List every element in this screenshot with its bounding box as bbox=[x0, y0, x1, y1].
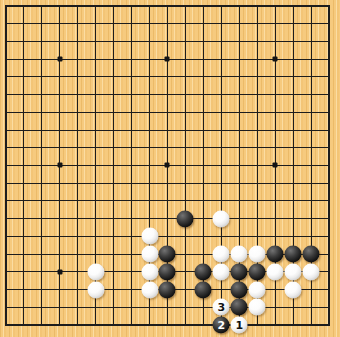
intersection[interactable] bbox=[141, 103, 159, 121]
intersection[interactable] bbox=[105, 228, 123, 246]
intersection[interactable] bbox=[230, 50, 248, 68]
intersection[interactable] bbox=[159, 263, 177, 281]
intersection[interactable] bbox=[176, 103, 194, 121]
intersection[interactable] bbox=[320, 298, 338, 316]
intersection[interactable] bbox=[123, 139, 141, 157]
intersection[interactable] bbox=[33, 33, 51, 51]
intersection[interactable] bbox=[159, 245, 177, 263]
intersection[interactable] bbox=[69, 68, 87, 86]
intersection[interactable] bbox=[176, 68, 194, 86]
intersection[interactable] bbox=[0, 245, 15, 263]
intersection[interactable] bbox=[123, 228, 141, 246]
intersection[interactable] bbox=[69, 139, 87, 157]
intersection[interactable] bbox=[320, 157, 338, 175]
intersection[interactable] bbox=[159, 0, 177, 15]
intersection[interactable] bbox=[212, 192, 230, 210]
intersection[interactable] bbox=[248, 0, 266, 15]
intersection[interactable] bbox=[0, 15, 15, 33]
intersection[interactable] bbox=[212, 50, 230, 68]
intersection[interactable] bbox=[266, 68, 284, 86]
intersection[interactable] bbox=[266, 298, 284, 316]
intersection[interactable] bbox=[248, 86, 266, 104]
intersection[interactable] bbox=[284, 281, 302, 299]
intersection[interactable] bbox=[51, 281, 69, 299]
intersection[interactable] bbox=[248, 68, 266, 86]
intersection[interactable] bbox=[284, 192, 302, 210]
intersection[interactable] bbox=[69, 298, 87, 316]
intersection[interactable] bbox=[51, 121, 69, 139]
intersection[interactable] bbox=[105, 316, 123, 334]
intersection[interactable] bbox=[33, 103, 51, 121]
intersection[interactable] bbox=[87, 281, 105, 299]
intersection[interactable] bbox=[159, 139, 177, 157]
intersection[interactable] bbox=[302, 0, 320, 15]
intersection[interactable] bbox=[266, 245, 284, 263]
intersection[interactable] bbox=[320, 263, 338, 281]
intersection[interactable] bbox=[33, 15, 51, 33]
intersection[interactable] bbox=[105, 281, 123, 299]
intersection[interactable] bbox=[194, 86, 212, 104]
intersection[interactable] bbox=[248, 103, 266, 121]
intersection[interactable] bbox=[194, 33, 212, 51]
intersection[interactable] bbox=[87, 121, 105, 139]
intersection[interactable] bbox=[284, 263, 302, 281]
intersection[interactable] bbox=[87, 263, 105, 281]
intersection[interactable] bbox=[176, 245, 194, 263]
intersection[interactable] bbox=[0, 50, 15, 68]
intersection[interactable] bbox=[105, 139, 123, 157]
intersection[interactable] bbox=[123, 103, 141, 121]
intersection[interactable] bbox=[176, 33, 194, 51]
intersection[interactable] bbox=[0, 0, 15, 15]
intersection[interactable] bbox=[194, 68, 212, 86]
intersection[interactable] bbox=[284, 103, 302, 121]
intersection[interactable] bbox=[159, 298, 177, 316]
intersection[interactable] bbox=[15, 86, 33, 104]
intersection[interactable] bbox=[15, 68, 33, 86]
intersection[interactable] bbox=[159, 316, 177, 334]
intersection[interactable] bbox=[69, 210, 87, 228]
intersection[interactable] bbox=[51, 298, 69, 316]
intersection[interactable] bbox=[105, 0, 123, 15]
intersection[interactable] bbox=[248, 281, 266, 299]
intersection[interactable] bbox=[69, 33, 87, 51]
intersection[interactable] bbox=[33, 0, 51, 15]
intersection[interactable] bbox=[123, 33, 141, 51]
intersection[interactable] bbox=[0, 228, 15, 246]
intersection[interactable] bbox=[230, 139, 248, 157]
intersection[interactable] bbox=[123, 174, 141, 192]
intersection[interactable] bbox=[302, 210, 320, 228]
intersection[interactable] bbox=[15, 157, 33, 175]
intersection[interactable] bbox=[0, 316, 15, 334]
intersection[interactable] bbox=[105, 33, 123, 51]
intersection[interactable] bbox=[69, 121, 87, 139]
intersection[interactable] bbox=[141, 50, 159, 68]
intersection[interactable] bbox=[51, 0, 69, 15]
intersection[interactable] bbox=[194, 103, 212, 121]
intersection[interactable] bbox=[0, 103, 15, 121]
intersection[interactable] bbox=[123, 121, 141, 139]
intersection[interactable] bbox=[87, 86, 105, 104]
intersection[interactable] bbox=[51, 33, 69, 51]
intersection[interactable] bbox=[212, 174, 230, 192]
intersection[interactable] bbox=[248, 210, 266, 228]
intersection[interactable] bbox=[212, 157, 230, 175]
intersection[interactable] bbox=[302, 103, 320, 121]
intersection[interactable] bbox=[302, 174, 320, 192]
intersection[interactable] bbox=[212, 0, 230, 15]
intersection[interactable] bbox=[0, 157, 15, 175]
intersection[interactable] bbox=[33, 50, 51, 68]
intersection[interactable] bbox=[159, 228, 177, 246]
intersection[interactable] bbox=[212, 210, 230, 228]
intersection[interactable] bbox=[176, 263, 194, 281]
intersection[interactable] bbox=[266, 210, 284, 228]
intersection[interactable] bbox=[302, 298, 320, 316]
intersection[interactable] bbox=[302, 316, 320, 334]
intersection[interactable] bbox=[176, 139, 194, 157]
intersection[interactable] bbox=[141, 245, 159, 263]
intersection[interactable] bbox=[123, 263, 141, 281]
intersection[interactable] bbox=[176, 174, 194, 192]
intersection[interactable] bbox=[51, 228, 69, 246]
intersection[interactable] bbox=[33, 68, 51, 86]
intersection[interactable] bbox=[0, 86, 15, 104]
intersection[interactable] bbox=[69, 174, 87, 192]
intersection[interactable] bbox=[266, 15, 284, 33]
intersection[interactable] bbox=[302, 139, 320, 157]
intersection[interactable] bbox=[15, 298, 33, 316]
intersection[interactable] bbox=[105, 15, 123, 33]
intersection[interactable] bbox=[33, 192, 51, 210]
intersection[interactable] bbox=[87, 316, 105, 334]
intersection[interactable] bbox=[320, 15, 338, 33]
intersection[interactable] bbox=[302, 86, 320, 104]
intersection[interactable] bbox=[320, 139, 338, 157]
intersection[interactable] bbox=[33, 210, 51, 228]
intersection[interactable] bbox=[51, 157, 69, 175]
intersection[interactable] bbox=[0, 139, 15, 157]
intersection[interactable] bbox=[159, 86, 177, 104]
intersection[interactable] bbox=[0, 33, 15, 51]
intersection[interactable] bbox=[51, 210, 69, 228]
intersection[interactable] bbox=[15, 121, 33, 139]
intersection[interactable] bbox=[230, 245, 248, 263]
intersection[interactable] bbox=[33, 174, 51, 192]
intersection[interactable] bbox=[176, 121, 194, 139]
intersection[interactable] bbox=[0, 174, 15, 192]
intersection[interactable] bbox=[176, 228, 194, 246]
intersection[interactable] bbox=[15, 139, 33, 157]
intersection[interactable] bbox=[302, 263, 320, 281]
intersection[interactable] bbox=[176, 298, 194, 316]
intersection[interactable] bbox=[141, 316, 159, 334]
intersection[interactable] bbox=[212, 33, 230, 51]
intersection[interactable] bbox=[248, 228, 266, 246]
intersection[interactable] bbox=[159, 33, 177, 51]
intersection[interactable] bbox=[302, 50, 320, 68]
intersection[interactable] bbox=[51, 174, 69, 192]
intersection[interactable] bbox=[105, 174, 123, 192]
intersection[interactable] bbox=[284, 0, 302, 15]
intersection[interactable] bbox=[87, 50, 105, 68]
intersection[interactable] bbox=[87, 139, 105, 157]
intersection[interactable] bbox=[302, 157, 320, 175]
intersection[interactable] bbox=[230, 228, 248, 246]
intersection[interactable] bbox=[123, 281, 141, 299]
intersection[interactable] bbox=[159, 15, 177, 33]
intersection[interactable] bbox=[248, 263, 266, 281]
intersection[interactable] bbox=[51, 50, 69, 68]
intersection[interactable] bbox=[123, 245, 141, 263]
intersection[interactable] bbox=[159, 103, 177, 121]
intersection[interactable] bbox=[302, 245, 320, 263]
intersection[interactable] bbox=[51, 139, 69, 157]
intersection[interactable] bbox=[51, 192, 69, 210]
intersection[interactable] bbox=[15, 228, 33, 246]
intersection[interactable] bbox=[33, 316, 51, 334]
intersection[interactable] bbox=[248, 139, 266, 157]
intersection[interactable] bbox=[33, 245, 51, 263]
intersection[interactable] bbox=[141, 68, 159, 86]
intersection[interactable] bbox=[0, 263, 15, 281]
intersection[interactable] bbox=[33, 281, 51, 299]
intersection[interactable] bbox=[105, 68, 123, 86]
intersection[interactable] bbox=[141, 157, 159, 175]
intersection[interactable] bbox=[141, 281, 159, 299]
intersection[interactable] bbox=[266, 139, 284, 157]
intersection[interactable] bbox=[266, 86, 284, 104]
intersection[interactable] bbox=[87, 192, 105, 210]
intersection[interactable] bbox=[176, 0, 194, 15]
intersection[interactable] bbox=[0, 121, 15, 139]
intersection[interactable] bbox=[69, 15, 87, 33]
intersection[interactable] bbox=[15, 263, 33, 281]
intersection[interactable] bbox=[141, 15, 159, 33]
intersection[interactable] bbox=[320, 121, 338, 139]
intersection[interactable] bbox=[141, 0, 159, 15]
intersection[interactable] bbox=[248, 174, 266, 192]
intersection[interactable] bbox=[87, 210, 105, 228]
intersection[interactable] bbox=[87, 0, 105, 15]
intersection[interactable] bbox=[284, 68, 302, 86]
intersection[interactable] bbox=[248, 157, 266, 175]
intersection[interactable] bbox=[15, 245, 33, 263]
intersection[interactable] bbox=[284, 316, 302, 334]
intersection[interactable] bbox=[230, 263, 248, 281]
intersection[interactable] bbox=[0, 298, 15, 316]
intersection[interactable] bbox=[266, 0, 284, 15]
intersection[interactable] bbox=[123, 316, 141, 334]
intersection[interactable] bbox=[105, 263, 123, 281]
intersection[interactable] bbox=[302, 281, 320, 299]
intersection[interactable] bbox=[69, 281, 87, 299]
intersection[interactable] bbox=[284, 139, 302, 157]
intersection[interactable] bbox=[284, 228, 302, 246]
intersection[interactable] bbox=[141, 192, 159, 210]
intersection[interactable] bbox=[0, 68, 15, 86]
intersection[interactable] bbox=[320, 33, 338, 51]
intersection[interactable] bbox=[248, 245, 266, 263]
intersection[interactable] bbox=[176, 15, 194, 33]
intersection[interactable] bbox=[87, 103, 105, 121]
intersection[interactable] bbox=[284, 210, 302, 228]
intersection[interactable] bbox=[230, 68, 248, 86]
intersection[interactable] bbox=[266, 103, 284, 121]
intersection[interactable] bbox=[320, 316, 338, 334]
intersection[interactable] bbox=[51, 245, 69, 263]
intersection[interactable] bbox=[69, 316, 87, 334]
intersection[interactable] bbox=[51, 68, 69, 86]
intersection[interactable] bbox=[69, 0, 87, 15]
intersection[interactable] bbox=[230, 103, 248, 121]
intersection[interactable] bbox=[248, 316, 266, 334]
intersection[interactable] bbox=[302, 33, 320, 51]
intersection[interactable] bbox=[320, 210, 338, 228]
intersection[interactable] bbox=[69, 157, 87, 175]
intersection[interactable] bbox=[212, 245, 230, 263]
intersection[interactable] bbox=[141, 33, 159, 51]
intersection[interactable] bbox=[69, 192, 87, 210]
intersection[interactable] bbox=[33, 157, 51, 175]
intersection[interactable] bbox=[212, 86, 230, 104]
intersection[interactable] bbox=[69, 103, 87, 121]
intersection[interactable] bbox=[284, 86, 302, 104]
intersection[interactable] bbox=[105, 50, 123, 68]
intersection[interactable] bbox=[69, 86, 87, 104]
intersection[interactable] bbox=[87, 68, 105, 86]
intersection[interactable] bbox=[33, 298, 51, 316]
intersection[interactable] bbox=[194, 228, 212, 246]
intersection[interactable] bbox=[194, 174, 212, 192]
intersection[interactable] bbox=[51, 15, 69, 33]
intersection[interactable] bbox=[266, 157, 284, 175]
intersection[interactable] bbox=[266, 316, 284, 334]
intersection[interactable] bbox=[87, 15, 105, 33]
intersection[interactable] bbox=[194, 139, 212, 157]
intersection[interactable] bbox=[0, 192, 15, 210]
intersection[interactable] bbox=[266, 50, 284, 68]
intersection[interactable] bbox=[230, 121, 248, 139]
intersection[interactable] bbox=[194, 121, 212, 139]
intersection[interactable] bbox=[159, 50, 177, 68]
intersection[interactable] bbox=[266, 192, 284, 210]
intersection[interactable] bbox=[159, 157, 177, 175]
intersection[interactable] bbox=[266, 228, 284, 246]
intersection[interactable] bbox=[194, 263, 212, 281]
intersection[interactable] bbox=[105, 192, 123, 210]
intersection[interactable] bbox=[230, 192, 248, 210]
intersection[interactable] bbox=[87, 228, 105, 246]
intersection[interactable] bbox=[0, 281, 15, 299]
intersection[interactable] bbox=[212, 121, 230, 139]
intersection[interactable] bbox=[123, 298, 141, 316]
intersection[interactable] bbox=[51, 86, 69, 104]
intersection[interactable] bbox=[266, 174, 284, 192]
intersection[interactable] bbox=[194, 0, 212, 15]
intersection[interactable] bbox=[105, 121, 123, 139]
intersection[interactable] bbox=[194, 298, 212, 316]
intersection[interactable] bbox=[15, 0, 33, 15]
intersection[interactable]: 3 bbox=[212, 298, 230, 316]
intersection[interactable] bbox=[123, 0, 141, 15]
intersection[interactable] bbox=[284, 50, 302, 68]
intersection[interactable] bbox=[284, 298, 302, 316]
intersection[interactable] bbox=[69, 263, 87, 281]
intersection[interactable] bbox=[141, 174, 159, 192]
intersection[interactable] bbox=[87, 245, 105, 263]
intersection[interactable] bbox=[284, 33, 302, 51]
intersection[interactable] bbox=[159, 192, 177, 210]
intersection[interactable] bbox=[212, 139, 230, 157]
intersection[interactable] bbox=[212, 281, 230, 299]
intersection[interactable] bbox=[194, 192, 212, 210]
intersection[interactable] bbox=[176, 86, 194, 104]
intersection[interactable] bbox=[15, 210, 33, 228]
intersection[interactable] bbox=[230, 86, 248, 104]
intersection[interactable] bbox=[33, 139, 51, 157]
intersection[interactable] bbox=[15, 103, 33, 121]
intersection[interactable] bbox=[320, 192, 338, 210]
intersection[interactable] bbox=[51, 103, 69, 121]
intersection[interactable] bbox=[123, 68, 141, 86]
intersection[interactable] bbox=[284, 15, 302, 33]
intersection[interactable] bbox=[176, 281, 194, 299]
intersection[interactable] bbox=[123, 15, 141, 33]
intersection[interactable] bbox=[159, 210, 177, 228]
intersection[interactable] bbox=[123, 157, 141, 175]
intersection[interactable] bbox=[15, 281, 33, 299]
intersection[interactable] bbox=[248, 121, 266, 139]
intersection[interactable] bbox=[123, 210, 141, 228]
intersection[interactable] bbox=[15, 33, 33, 51]
intersection[interactable] bbox=[159, 121, 177, 139]
intersection[interactable] bbox=[230, 210, 248, 228]
intersection[interactable] bbox=[15, 316, 33, 334]
intersection[interactable] bbox=[105, 210, 123, 228]
intersection[interactable] bbox=[266, 121, 284, 139]
intersection[interactable] bbox=[176, 157, 194, 175]
intersection[interactable] bbox=[194, 245, 212, 263]
intersection[interactable] bbox=[248, 15, 266, 33]
intersection[interactable] bbox=[248, 33, 266, 51]
intersection[interactable] bbox=[248, 50, 266, 68]
intersection[interactable] bbox=[87, 33, 105, 51]
intersection[interactable] bbox=[320, 103, 338, 121]
intersection[interactable] bbox=[87, 298, 105, 316]
intersection[interactable] bbox=[33, 228, 51, 246]
intersection[interactable] bbox=[141, 298, 159, 316]
intersection[interactable] bbox=[105, 298, 123, 316]
intersection[interactable] bbox=[176, 192, 194, 210]
intersection[interactable] bbox=[105, 157, 123, 175]
intersection[interactable] bbox=[302, 68, 320, 86]
intersection[interactable] bbox=[230, 298, 248, 316]
intersection[interactable] bbox=[266, 263, 284, 281]
intersection[interactable] bbox=[87, 157, 105, 175]
intersection[interactable] bbox=[141, 263, 159, 281]
intersection[interactable] bbox=[159, 174, 177, 192]
intersection[interactable] bbox=[176, 316, 194, 334]
intersection[interactable] bbox=[320, 174, 338, 192]
intersection[interactable] bbox=[248, 298, 266, 316]
intersection[interactable] bbox=[302, 228, 320, 246]
intersection[interactable] bbox=[230, 33, 248, 51]
intersection[interactable] bbox=[105, 86, 123, 104]
intersection[interactable] bbox=[320, 50, 338, 68]
intersection[interactable] bbox=[212, 263, 230, 281]
